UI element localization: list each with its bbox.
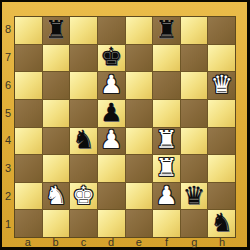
square-e2[interactable]: [126, 183, 153, 210]
square-c7[interactable]: [70, 45, 97, 72]
file-label-e: e: [125, 237, 153, 248]
square-b3[interactable]: [43, 155, 70, 182]
rank-labels: 87654321: [2, 16, 14, 238]
square-h5[interactable]: [208, 100, 235, 127]
white-rook-f4[interactable]: ♜: [155, 127, 177, 152]
square-c6[interactable]: [70, 72, 97, 99]
square-f7[interactable]: [153, 45, 180, 72]
square-g4[interactable]: [181, 128, 208, 155]
file-label-g: g: [181, 237, 209, 248]
rank-label-6: 6: [2, 72, 14, 100]
square-h2[interactable]: [208, 183, 235, 210]
rank-label-4: 4: [2, 127, 14, 155]
square-f5[interactable]: [153, 100, 180, 127]
square-d4[interactable]: ♟: [98, 128, 125, 155]
file-label-b: b: [42, 237, 70, 248]
black-rook-b8[interactable]: ♜: [45, 17, 67, 42]
black-pawn-d5[interactable]: ♟: [100, 100, 122, 125]
square-e5[interactable]: [126, 100, 153, 127]
rank-label-1: 1: [2, 210, 14, 238]
square-c8[interactable]: [70, 17, 97, 44]
black-knight-h1[interactable]: ♞: [210, 210, 232, 235]
square-c3[interactable]: [70, 155, 97, 182]
square-e4[interactable]: [126, 128, 153, 155]
square-c5[interactable]: [70, 100, 97, 127]
square-b5[interactable]: [43, 100, 70, 127]
white-rook-f3[interactable]: ♜: [155, 155, 177, 180]
square-e6[interactable]: [126, 72, 153, 99]
square-h4[interactable]: [208, 128, 235, 155]
file-label-f: f: [153, 237, 181, 248]
square-a4[interactable]: [15, 128, 42, 155]
square-f3[interactable]: ♜: [153, 155, 180, 182]
square-h1[interactable]: ♞: [208, 210, 235, 237]
black-king-d7[interactable]: ♚: [100, 44, 122, 69]
square-b4[interactable]: [43, 128, 70, 155]
white-knight-b2[interactable]: ♞: [45, 183, 67, 208]
square-d3[interactable]: [98, 155, 125, 182]
black-knight-c4[interactable]: ♞: [72, 127, 94, 152]
square-d6[interactable]: ♟: [98, 72, 125, 99]
square-d5[interactable]: ♟: [98, 100, 125, 127]
white-pawn-f2[interactable]: ♟: [155, 183, 177, 208]
chess-board-diagram: 87654321 ♜♜♚♟♛♟♞♟♜♜♞♚♟♛♞ abcdefgh: [0, 0, 250, 250]
square-g7[interactable]: [181, 45, 208, 72]
square-g8[interactable]: [181, 17, 208, 44]
square-f6[interactable]: [153, 72, 180, 99]
square-b6[interactable]: [43, 72, 70, 99]
file-label-a: a: [14, 237, 42, 248]
square-g2[interactable]: ♛: [181, 183, 208, 210]
square-b8[interactable]: ♜: [43, 17, 70, 44]
rank-label-5: 5: [2, 99, 14, 127]
square-h6[interactable]: ♛: [208, 72, 235, 99]
rank-label-3: 3: [2, 155, 14, 183]
white-pawn-d6[interactable]: ♟: [100, 72, 122, 97]
square-a6[interactable]: [15, 72, 42, 99]
square-a2[interactable]: [15, 183, 42, 210]
square-d1[interactable]: [98, 210, 125, 237]
square-b7[interactable]: [43, 45, 70, 72]
square-c4[interactable]: ♞: [70, 128, 97, 155]
square-a3[interactable]: [15, 155, 42, 182]
square-d8[interactable]: [98, 17, 125, 44]
file-label-c: c: [70, 237, 98, 248]
square-g5[interactable]: [181, 100, 208, 127]
square-h7[interactable]: [208, 45, 235, 72]
white-king-c2[interactable]: ♚: [72, 183, 94, 208]
rank-label-2: 2: [2, 183, 14, 211]
file-label-d: d: [97, 237, 125, 248]
square-b1[interactable]: [43, 210, 70, 237]
square-e7[interactable]: [126, 45, 153, 72]
square-d2[interactable]: [98, 183, 125, 210]
square-f1[interactable]: [153, 210, 180, 237]
white-pawn-d4[interactable]: ♟: [100, 127, 122, 152]
square-g3[interactable]: [181, 155, 208, 182]
square-f8[interactable]: ♜: [153, 17, 180, 44]
white-queen-h6[interactable]: ♛: [210, 72, 232, 97]
square-h8[interactable]: [208, 17, 235, 44]
square-h3[interactable]: [208, 155, 235, 182]
square-g1[interactable]: [181, 210, 208, 237]
file-labels: abcdefgh: [14, 237, 236, 247]
black-queen-g2[interactable]: ♛: [183, 183, 205, 208]
chess-board: ♜♜♚♟♛♟♞♟♜♜♞♚♟♛♞: [14, 16, 236, 238]
square-a5[interactable]: [15, 100, 42, 127]
square-f4[interactable]: ♜: [153, 128, 180, 155]
file-label-h: h: [208, 237, 236, 248]
black-rook-f8[interactable]: ♜: [155, 17, 177, 42]
square-g6[interactable]: [181, 72, 208, 99]
square-e3[interactable]: [126, 155, 153, 182]
square-b2[interactable]: ♞: [43, 183, 70, 210]
square-a1[interactable]: [15, 210, 42, 237]
square-f2[interactable]: ♟: [153, 183, 180, 210]
rank-label-7: 7: [2, 44, 14, 72]
square-e8[interactable]: [126, 17, 153, 44]
square-a7[interactable]: [15, 45, 42, 72]
rank-label-8: 8: [2, 16, 14, 44]
square-e1[interactable]: [126, 210, 153, 237]
square-a8[interactable]: [15, 17, 42, 44]
square-c1[interactable]: [70, 210, 97, 237]
square-d7[interactable]: ♚: [98, 45, 125, 72]
square-c2[interactable]: ♚: [70, 183, 97, 210]
